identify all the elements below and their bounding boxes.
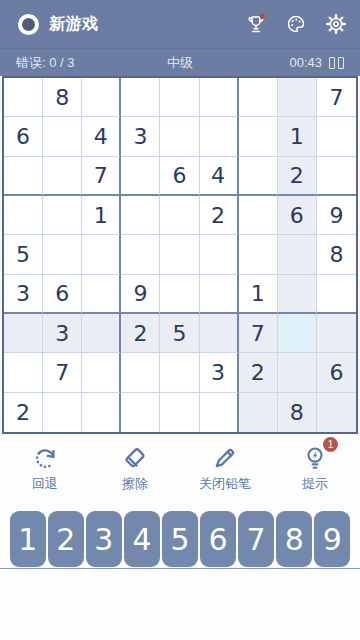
cell-r6c5[interactable]	[160, 275, 199, 314]
cell-r5c8[interactable]	[278, 235, 317, 274]
cell-r5c3[interactable]	[82, 235, 121, 274]
cell-r8c2[interactable]: 7	[43, 353, 82, 392]
cell-r9c9[interactable]	[317, 393, 356, 432]
cell-r6c9[interactable]	[317, 275, 356, 314]
cell-r8c6[interactable]: 3	[200, 353, 239, 392]
numpad: 123456789	[0, 511, 360, 568]
cell-r8c9[interactable]: 6	[317, 353, 356, 392]
cell-r7c8[interactable]	[278, 314, 317, 353]
cell-r8c5[interactable]	[160, 353, 199, 392]
undo-icon	[31, 444, 59, 472]
pencil-toggle-button[interactable]: 关闭铅笔	[195, 444, 255, 493]
hint-button[interactable]: 1 提示	[285, 444, 345, 493]
cell-r6c7[interactable]: 1	[239, 275, 278, 314]
numkey-9[interactable]: 9	[314, 511, 350, 567]
cell-r1c4[interactable]	[121, 78, 160, 117]
cell-r2c6[interactable]	[200, 117, 239, 156]
cell-r4c9[interactable]: 9	[317, 196, 356, 235]
page-title: 新游戏	[49, 14, 228, 35]
numkey-6[interactable]: 6	[200, 511, 236, 567]
cell-r8c7[interactable]: 2	[239, 353, 278, 392]
cell-r6c2[interactable]: 6	[43, 275, 82, 314]
cell-r4c2[interactable]	[43, 196, 82, 235]
cell-r1c7[interactable]	[239, 78, 278, 117]
cell-r3c6[interactable]: 4	[200, 157, 239, 196]
cell-r5c1[interactable]: 5	[4, 235, 43, 274]
cell-r7c2[interactable]: 3	[43, 314, 82, 353]
eraser-icon	[121, 444, 149, 472]
cell-r4c8[interactable]: 6	[278, 196, 317, 235]
cell-r2c9[interactable]	[317, 117, 356, 156]
numkey-1[interactable]: 1	[10, 511, 46, 567]
cell-r7c9[interactable]	[317, 314, 356, 353]
cell-r9c2[interactable]	[43, 393, 82, 432]
erase-button[interactable]: 擦除	[105, 444, 165, 493]
cell-r2c4[interactable]: 3	[121, 117, 160, 156]
cell-r8c8[interactable]	[278, 353, 317, 392]
cell-r4c1[interactable]	[4, 196, 43, 235]
palette-icon[interactable]	[284, 12, 308, 36]
cell-r7c6[interactable]	[200, 314, 239, 353]
trophy-icon[interactable]	[244, 12, 268, 36]
cell-r6c8[interactable]	[278, 275, 317, 314]
toolbar: 回退 擦除 关闭铅笔 1 提示	[0, 444, 360, 502]
numkey-7[interactable]: 7	[238, 511, 274, 567]
numkey-5[interactable]: 5	[162, 511, 198, 567]
numkey-2[interactable]: 2	[48, 511, 84, 567]
numkey-3[interactable]: 3	[86, 511, 122, 567]
cell-r1c3[interactable]	[82, 78, 121, 117]
cell-r5c7[interactable]	[239, 235, 278, 274]
record-icon[interactable]	[18, 14, 39, 35]
cell-r8c4[interactable]	[121, 353, 160, 392]
numpad-divider	[0, 568, 360, 569]
erase-label: 擦除	[122, 475, 148, 493]
cell-r6c6[interactable]	[200, 275, 239, 314]
cell-r6c4[interactable]: 9	[121, 275, 160, 314]
cell-r4c4[interactable]	[121, 196, 160, 235]
cell-r5c9[interactable]: 8	[317, 235, 356, 274]
numkey-4[interactable]: 4	[124, 511, 160, 567]
cell-r9c5[interactable]	[160, 393, 199, 432]
cell-r3c8[interactable]: 2	[278, 157, 317, 196]
cell-r3c7[interactable]	[239, 157, 278, 196]
cell-r4c7[interactable]	[239, 196, 278, 235]
cell-r2c8[interactable]: 1	[278, 117, 317, 156]
cell-r7c7[interactable]: 7	[239, 314, 278, 353]
cell-r3c3[interactable]: 7	[82, 157, 121, 196]
errors-counter: 错误: 0 / 3	[16, 54, 125, 72]
cell-r4c3[interactable]: 1	[82, 196, 121, 235]
timer: 00:43	[289, 55, 322, 70]
cell-r9c7[interactable]	[239, 393, 278, 432]
cell-r2c1[interactable]: 6	[4, 117, 43, 156]
cell-r1c6[interactable]	[200, 78, 239, 117]
difficulty-label: 中级	[125, 54, 234, 72]
cell-r2c3[interactable]: 4	[82, 117, 121, 156]
status-bar: 错误: 0 / 3 中级 00:43	[0, 48, 360, 76]
cell-r7c1[interactable]	[4, 314, 43, 353]
cell-r1c9[interactable]: 7	[317, 78, 356, 117]
cell-r3c4[interactable]	[121, 157, 160, 196]
cell-r3c9[interactable]	[317, 157, 356, 196]
cell-r1c2[interactable]: 8	[43, 78, 82, 117]
cell-r6c3[interactable]	[82, 275, 121, 314]
cell-r1c5[interactable]	[160, 78, 199, 117]
cell-r2c7[interactable]	[239, 117, 278, 156]
cell-r7c4[interactable]: 2	[121, 314, 160, 353]
cell-r8c3[interactable]	[82, 353, 121, 392]
cell-r4c6[interactable]: 2	[200, 196, 239, 235]
cell-r7c5[interactable]: 5	[160, 314, 199, 353]
cell-r9c3[interactable]	[82, 393, 121, 432]
cell-r9c6[interactable]	[200, 393, 239, 432]
cell-r5c6[interactable]	[200, 235, 239, 274]
app-header: 新游戏	[0, 0, 360, 48]
cell-r3c2[interactable]	[43, 157, 82, 196]
hint-bulb-icon: 1	[301, 444, 329, 472]
sudoku-board: 876431764212695836913257732628	[2, 76, 358, 434]
cell-r5c4[interactable]	[121, 235, 160, 274]
cell-r1c8[interactable]	[278, 78, 317, 117]
pause-icon[interactable]	[329, 57, 344, 69]
cell-r7c3[interactable]	[82, 314, 121, 353]
cell-r6c1[interactable]: 3	[4, 275, 43, 314]
cell-r9c1[interactable]: 2	[4, 393, 43, 432]
cell-r5c2[interactable]	[43, 235, 82, 274]
cell-r9c8[interactable]: 8	[278, 393, 317, 432]
cell-r4c5[interactable]	[160, 196, 199, 235]
hint-badge: 1	[323, 437, 338, 452]
gear-icon[interactable]	[324, 12, 348, 36]
pencil-icon	[211, 444, 239, 472]
cell-r9c4[interactable]	[121, 393, 160, 432]
cell-r1c1[interactable]	[4, 78, 43, 117]
pencil-label: 关闭铅笔	[199, 475, 251, 493]
undo-button[interactable]: 回退	[15, 444, 75, 493]
cell-r3c1[interactable]	[4, 157, 43, 196]
numkey-8[interactable]: 8	[276, 511, 312, 567]
cell-r8c1[interactable]	[4, 353, 43, 392]
cell-r2c2[interactable]	[43, 117, 82, 156]
undo-label: 回退	[32, 475, 58, 493]
cell-r5c5[interactable]	[160, 235, 199, 274]
cell-r2c5[interactable]	[160, 117, 199, 156]
hint-label: 提示	[302, 475, 328, 493]
cell-r3c5[interactable]: 6	[160, 157, 199, 196]
